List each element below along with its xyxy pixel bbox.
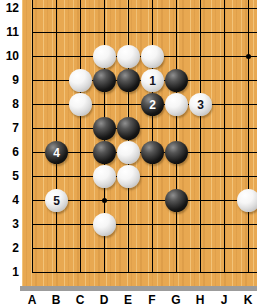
stone-white-K4 xyxy=(237,189,257,212)
intersection-A8[interactable] xyxy=(22,92,44,116)
row-label-7: 7 xyxy=(0,121,19,135)
intersection-J5[interactable] xyxy=(212,164,236,188)
intersection-F8[interactable]: 2 xyxy=(140,92,164,116)
intersection-E7[interactable] xyxy=(116,116,140,140)
intersection-G5[interactable] xyxy=(164,164,188,188)
col-label-G: G xyxy=(166,293,186,307)
intersection-A4[interactable] xyxy=(22,188,44,212)
intersection-C2[interactable] xyxy=(68,236,92,260)
intersection-G3[interactable] xyxy=(164,212,188,236)
intersection-E8[interactable] xyxy=(116,92,140,116)
intersection-K5[interactable] xyxy=(236,164,257,188)
intersection-K12[interactable] xyxy=(236,0,257,20)
intersection-F4[interactable] xyxy=(140,188,164,212)
intersection-C7[interactable] xyxy=(68,116,92,140)
intersection-J4[interactable] xyxy=(212,188,236,212)
row-label-3: 3 xyxy=(0,217,19,231)
intersection-F11[interactable] xyxy=(140,20,164,44)
intersection-H12[interactable] xyxy=(188,0,212,20)
intersection-B11[interactable] xyxy=(44,20,68,44)
intersection-F3[interactable] xyxy=(140,212,164,236)
intersection-H10[interactable] xyxy=(188,44,212,68)
stone-black-F6 xyxy=(141,141,164,164)
intersection-E9[interactable] xyxy=(116,68,140,92)
stone-black-F8: 2 xyxy=(141,93,164,116)
intersection-F7[interactable] xyxy=(140,116,164,140)
intersection-H5[interactable] xyxy=(188,164,212,188)
stone-white-C9 xyxy=(69,69,92,92)
row-label-5: 5 xyxy=(0,169,19,183)
intersection-A2[interactable] xyxy=(22,236,44,260)
row-label-2: 2 xyxy=(0,241,19,255)
intersection-A3[interactable] xyxy=(22,212,44,236)
stone-white-E6 xyxy=(117,141,140,164)
intersection-F12[interactable] xyxy=(140,0,164,20)
go-board: 12345 xyxy=(22,0,257,286)
intersection-H7[interactable] xyxy=(188,116,212,140)
stone-white-D10 xyxy=(93,45,116,68)
intersection-J2[interactable] xyxy=(212,236,236,260)
intersection-D9[interactable] xyxy=(92,68,116,92)
stone-white-H8: 3 xyxy=(189,93,212,116)
intersection-H11[interactable] xyxy=(188,20,212,44)
intersection-C8[interactable] xyxy=(68,92,92,116)
intersection-K11[interactable] xyxy=(236,20,257,44)
intersection-J3[interactable] xyxy=(212,212,236,236)
intersection-K9[interactable] xyxy=(236,68,257,92)
stone-white-D5 xyxy=(93,165,116,188)
col-label-E: E xyxy=(118,293,138,307)
intersection-A1[interactable] xyxy=(22,260,44,284)
intersection-H4[interactable] xyxy=(188,188,212,212)
intersection-G11[interactable] xyxy=(164,20,188,44)
stone-black-D6 xyxy=(93,141,116,164)
intersection-A12[interactable] xyxy=(22,0,44,20)
intersection-F9[interactable]: 1 xyxy=(140,68,164,92)
row-label-6: 6 xyxy=(0,145,19,159)
intersection-D6[interactable] xyxy=(92,140,116,164)
intersection-G9[interactable] xyxy=(164,68,188,92)
intersection-D1[interactable] xyxy=(92,260,116,284)
intersection-E11[interactable] xyxy=(116,20,140,44)
intersection-G1[interactable] xyxy=(164,260,188,284)
intersection-J11[interactable] xyxy=(212,20,236,44)
intersection-K1[interactable] xyxy=(236,260,257,284)
stone-white-F9: 1 xyxy=(141,69,164,92)
intersection-A10[interactable] xyxy=(22,44,44,68)
row-label-9: 9 xyxy=(0,73,19,87)
intersection-K6[interactable] xyxy=(236,140,257,164)
move-number-3: 3 xyxy=(197,99,204,111)
intersection-J6[interactable] xyxy=(212,140,236,164)
intersection-K4[interactable] xyxy=(236,188,257,212)
row-label-12: 12 xyxy=(0,1,19,15)
intersection-H6[interactable] xyxy=(188,140,212,164)
intersection-B6[interactable]: 4 xyxy=(44,140,68,164)
move-number-1: 1 xyxy=(149,75,156,87)
intersection-K2[interactable] xyxy=(236,236,257,260)
intersection-E12[interactable] xyxy=(116,0,140,20)
go-diagram: 12345 121110987654321 ABCDEFGHJK xyxy=(0,0,257,308)
intersection-K10[interactable] xyxy=(236,44,257,68)
col-label-J: J xyxy=(214,293,234,307)
intersection-J7[interactable] xyxy=(212,116,236,140)
intersection-K3[interactable] xyxy=(236,212,257,236)
col-label-D: D xyxy=(94,293,114,307)
intersection-C5[interactable] xyxy=(68,164,92,188)
intersection-B12[interactable] xyxy=(44,0,68,20)
intersection-F2[interactable] xyxy=(140,236,164,260)
intersection-B1[interactable] xyxy=(44,260,68,284)
intersection-B10[interactable] xyxy=(44,44,68,68)
stone-white-G8 xyxy=(165,93,188,116)
row-label-11: 11 xyxy=(0,25,19,39)
intersection-H3[interactable] xyxy=(188,212,212,236)
move-number-5: 5 xyxy=(53,195,60,207)
intersection-D3[interactable] xyxy=(92,212,116,236)
intersection-C10[interactable] xyxy=(68,44,92,68)
intersection-E5[interactable] xyxy=(116,164,140,188)
intersection-F5[interactable] xyxy=(140,164,164,188)
intersection-H1[interactable] xyxy=(188,260,212,284)
intersection-A5[interactable] xyxy=(22,164,44,188)
intersection-B3[interactable] xyxy=(44,212,68,236)
board-shadow xyxy=(20,286,257,291)
row-label-4: 4 xyxy=(0,193,19,207)
intersection-D7[interactable] xyxy=(92,116,116,140)
stone-white-B4: 5 xyxy=(45,189,68,212)
stone-white-E10 xyxy=(117,45,140,68)
intersection-C4[interactable] xyxy=(68,188,92,212)
intersection-G6[interactable] xyxy=(164,140,188,164)
stone-black-G9 xyxy=(165,69,188,92)
intersection-D5[interactable] xyxy=(92,164,116,188)
intersection-F10[interactable] xyxy=(140,44,164,68)
intersection-C1[interactable] xyxy=(68,260,92,284)
intersection-H9[interactable] xyxy=(188,68,212,92)
intersection-C9[interactable] xyxy=(68,68,92,92)
intersection-E10[interactable] xyxy=(116,44,140,68)
intersection-B2[interactable] xyxy=(44,236,68,260)
stone-black-D7 xyxy=(93,117,116,140)
row-label-1: 1 xyxy=(0,265,19,279)
intersection-C3[interactable] xyxy=(68,212,92,236)
col-label-F: F xyxy=(142,293,162,307)
col-label-H: H xyxy=(190,293,210,307)
intersection-G10[interactable] xyxy=(164,44,188,68)
intersection-G12[interactable] xyxy=(164,0,188,20)
intersection-K7[interactable] xyxy=(236,116,257,140)
stone-white-F10 xyxy=(141,45,164,68)
stone-white-C8 xyxy=(69,93,92,116)
stone-black-D9 xyxy=(93,69,116,92)
intersection-B8[interactable] xyxy=(44,92,68,116)
intersection-K8[interactable] xyxy=(236,92,257,116)
intersection-C6[interactable] xyxy=(68,140,92,164)
col-label-B: B xyxy=(46,293,66,307)
col-label-C: C xyxy=(70,293,90,307)
intersection-F6[interactable] xyxy=(140,140,164,164)
intersection-D2[interactable] xyxy=(92,236,116,260)
intersection-J10[interactable] xyxy=(212,44,236,68)
intersection-A6[interactable] xyxy=(22,140,44,164)
intersection-G4[interactable] xyxy=(164,188,188,212)
stone-black-E7 xyxy=(117,117,140,140)
board-grid: 12345 xyxy=(22,0,257,284)
intersection-J12[interactable] xyxy=(212,0,236,20)
intersection-C11[interactable] xyxy=(68,20,92,44)
intersection-B7[interactable] xyxy=(44,116,68,140)
intersection-J1[interactable] xyxy=(212,260,236,284)
intersection-B4[interactable]: 5 xyxy=(44,188,68,212)
stone-black-E9 xyxy=(117,69,140,92)
intersection-B5[interactable] xyxy=(44,164,68,188)
row-label-10: 10 xyxy=(0,49,19,63)
intersection-D12[interactable] xyxy=(92,0,116,20)
row-label-8: 8 xyxy=(0,97,19,111)
intersection-J8[interactable] xyxy=(212,92,236,116)
move-number-2: 2 xyxy=(149,99,156,111)
col-label-K: K xyxy=(238,293,257,307)
intersection-D8[interactable] xyxy=(92,92,116,116)
intersection-C12[interactable] xyxy=(68,0,92,20)
stone-white-E5 xyxy=(117,165,140,188)
intersection-D11[interactable] xyxy=(92,20,116,44)
intersection-H8[interactable]: 3 xyxy=(188,92,212,116)
intersection-E2[interactable] xyxy=(116,236,140,260)
intersection-D4[interactable] xyxy=(92,188,116,212)
intersection-B9[interactable] xyxy=(44,68,68,92)
intersection-E6[interactable] xyxy=(116,140,140,164)
intersection-E1[interactable] xyxy=(116,260,140,284)
stone-black-G6 xyxy=(165,141,188,164)
intersection-G2[interactable] xyxy=(164,236,188,260)
intersection-G7[interactable] xyxy=(164,116,188,140)
intersection-F1[interactable] xyxy=(140,260,164,284)
col-label-A: A xyxy=(22,293,42,307)
intersection-E3[interactable] xyxy=(116,212,140,236)
stone-white-D3 xyxy=(93,213,116,236)
intersection-D10[interactable] xyxy=(92,44,116,68)
move-number-4: 4 xyxy=(53,147,60,159)
stone-black-B6: 4 xyxy=(45,141,68,164)
intersection-A11[interactable] xyxy=(22,20,44,44)
intersection-G8[interactable] xyxy=(164,92,188,116)
intersection-A9[interactable] xyxy=(22,68,44,92)
stone-black-G4 xyxy=(165,189,188,212)
intersection-J9[interactable] xyxy=(212,68,236,92)
intersection-H2[interactable] xyxy=(188,236,212,260)
intersection-A7[interactable] xyxy=(22,116,44,140)
intersection-E4[interactable] xyxy=(116,188,140,212)
